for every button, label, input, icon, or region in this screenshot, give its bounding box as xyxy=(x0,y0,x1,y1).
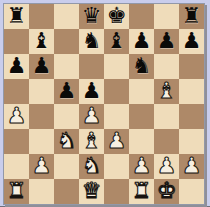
square-g5[interactable]: ♝ xyxy=(154,79,179,104)
square-b5[interactable] xyxy=(29,79,54,104)
square-f2[interactable]: ♟ xyxy=(129,154,154,179)
piece-black-knight[interactable]: ♞ xyxy=(132,54,152,78)
square-c2[interactable] xyxy=(54,154,79,179)
piece-white-pawn[interactable]: ♟ xyxy=(132,154,152,178)
square-b8[interactable] xyxy=(29,4,54,29)
square-d3[interactable]: ♝ xyxy=(79,129,104,154)
square-b7[interactable]: ♝ xyxy=(29,29,54,54)
piece-white-king[interactable]: ♚ xyxy=(157,179,177,203)
piece-white-pawn[interactable]: ♟ xyxy=(7,104,27,128)
square-c1[interactable] xyxy=(54,179,79,204)
chess-board-frame: ♜♛♚♜♝♞♝♟♟♟♟♟♞♟♟♝♟♟♞♝♟♟♞♟♟♟♜♛♜♚ xyxy=(0,0,210,207)
square-b6[interactable]: ♟ xyxy=(29,54,54,79)
square-c5[interactable]: ♟ xyxy=(54,79,79,104)
piece-black-pawn[interactable]: ♟ xyxy=(82,79,102,103)
piece-white-rook[interactable]: ♜ xyxy=(132,179,152,203)
square-e6[interactable] xyxy=(104,54,129,79)
square-b3[interactable] xyxy=(29,129,54,154)
square-d8[interactable]: ♛ xyxy=(79,4,104,29)
square-a1[interactable]: ♜ xyxy=(4,179,29,204)
piece-black-queen[interactable]: ♛ xyxy=(82,4,102,28)
square-h5[interactable] xyxy=(179,79,204,104)
square-h1[interactable] xyxy=(179,179,204,204)
square-c6[interactable] xyxy=(54,54,79,79)
square-h2[interactable]: ♟ xyxy=(179,154,204,179)
square-h4[interactable] xyxy=(179,104,204,129)
square-h8[interactable]: ♜ xyxy=(179,4,204,29)
square-h6[interactable] xyxy=(179,54,204,79)
square-a2[interactable] xyxy=(4,154,29,179)
piece-white-pawn[interactable]: ♟ xyxy=(182,154,202,178)
piece-black-bishop[interactable]: ♝ xyxy=(32,29,52,53)
piece-black-pawn[interactable]: ♟ xyxy=(7,54,27,78)
piece-white-rook[interactable]: ♜ xyxy=(7,179,27,203)
square-f6[interactable]: ♞ xyxy=(129,54,154,79)
square-c7[interactable] xyxy=(54,29,79,54)
square-a4[interactable]: ♟ xyxy=(4,104,29,129)
piece-black-pawn[interactable]: ♟ xyxy=(57,79,77,103)
square-e7[interactable]: ♝ xyxy=(104,29,129,54)
square-a7[interactable] xyxy=(4,29,29,54)
piece-white-pawn[interactable]: ♟ xyxy=(82,104,102,128)
piece-white-knight[interactable]: ♞ xyxy=(57,129,77,153)
piece-black-king[interactable]: ♚ xyxy=(107,4,127,28)
piece-black-rook[interactable]: ♜ xyxy=(182,4,202,28)
piece-black-pawn[interactable]: ♟ xyxy=(132,29,152,53)
square-f7[interactable]: ♟ xyxy=(129,29,154,54)
square-d6[interactable] xyxy=(79,54,104,79)
piece-white-queen[interactable]: ♛ xyxy=(82,179,102,203)
piece-white-pawn[interactable]: ♟ xyxy=(32,154,52,178)
square-e3[interactable]: ♟ xyxy=(104,129,129,154)
piece-black-rook[interactable]: ♜ xyxy=(7,4,27,28)
square-c4[interactable] xyxy=(54,104,79,129)
piece-white-bishop[interactable]: ♝ xyxy=(82,129,102,153)
square-d4[interactable]: ♟ xyxy=(79,104,104,129)
square-f3[interactable] xyxy=(129,129,154,154)
piece-black-pawn[interactable]: ♟ xyxy=(182,29,202,53)
square-d2[interactable]: ♞ xyxy=(79,154,104,179)
square-b4[interactable] xyxy=(29,104,54,129)
square-f8[interactable] xyxy=(129,4,154,29)
square-h7[interactable]: ♟ xyxy=(179,29,204,54)
square-a8[interactable]: ♜ xyxy=(4,4,29,29)
piece-white-bishop[interactable]: ♝ xyxy=(157,79,177,103)
square-c8[interactable] xyxy=(54,4,79,29)
square-e2[interactable] xyxy=(104,154,129,179)
square-g1[interactable]: ♚ xyxy=(154,179,179,204)
square-b2[interactable]: ♟ xyxy=(29,154,54,179)
piece-black-pawn[interactable]: ♟ xyxy=(157,29,177,53)
square-a6[interactable]: ♟ xyxy=(4,54,29,79)
square-h3[interactable] xyxy=(179,129,204,154)
square-g7[interactable]: ♟ xyxy=(154,29,179,54)
square-a3[interactable] xyxy=(4,129,29,154)
square-f4[interactable] xyxy=(129,104,154,129)
square-g2[interactable]: ♟ xyxy=(154,154,179,179)
square-c3[interactable]: ♞ xyxy=(54,129,79,154)
square-g8[interactable] xyxy=(154,4,179,29)
square-d1[interactable]: ♛ xyxy=(79,179,104,204)
piece-white-pawn[interactable]: ♟ xyxy=(157,154,177,178)
piece-black-knight[interactable]: ♞ xyxy=(82,29,102,53)
square-f5[interactable] xyxy=(129,79,154,104)
piece-white-knight[interactable]: ♞ xyxy=(82,154,102,178)
square-e1[interactable] xyxy=(104,179,129,204)
square-g6[interactable] xyxy=(154,54,179,79)
piece-black-bishop[interactable]: ♝ xyxy=(107,29,127,53)
chess-board: ♜♛♚♜♝♞♝♟♟♟♟♟♞♟♟♝♟♟♞♝♟♟♞♟♟♟♜♛♜♚ xyxy=(3,3,205,205)
square-a5[interactable] xyxy=(4,79,29,104)
square-d7[interactable]: ♞ xyxy=(79,29,104,54)
square-e4[interactable] xyxy=(104,104,129,129)
piece-white-pawn[interactable]: ♟ xyxy=(107,129,127,153)
square-f1[interactable]: ♜ xyxy=(129,179,154,204)
square-e5[interactable] xyxy=(104,79,129,104)
square-g4[interactable] xyxy=(154,104,179,129)
piece-black-pawn[interactable]: ♟ xyxy=(32,54,52,78)
square-d5[interactable]: ♟ xyxy=(79,79,104,104)
square-g3[interactable] xyxy=(154,129,179,154)
square-e8[interactable]: ♚ xyxy=(104,4,129,29)
square-b1[interactable] xyxy=(29,179,54,204)
